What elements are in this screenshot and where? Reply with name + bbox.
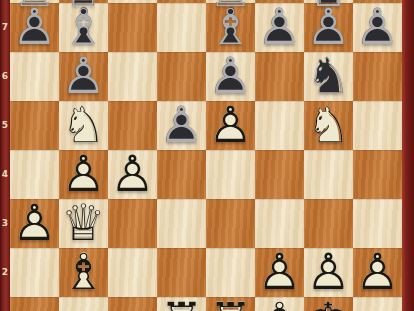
square-a4[interactable] (10, 150, 59, 199)
square-d6[interactable] (157, 52, 206, 101)
square-e5[interactable]: ♟♙ (206, 101, 255, 150)
square-f3[interactable] (255, 199, 304, 248)
white-pawn-f2: ♟♙ (255, 248, 304, 297)
square-f5[interactable] (255, 101, 304, 150)
piece-outline-glyph: ♙ (157, 101, 206, 150)
white-rook-e1: ♜♖ (206, 297, 255, 311)
piece-outline-glyph: ♔ (304, 297, 353, 311)
square-c2[interactable] (108, 248, 157, 297)
square-b3[interactable]: ♛♕ (59, 199, 108, 248)
piece-outline-glyph: ♙ (304, 3, 353, 52)
square-d4[interactable] (157, 150, 206, 199)
square-e7[interactable]: ♝♗ (206, 3, 255, 52)
square-c5[interactable] (108, 101, 157, 150)
rank-label-3: 3 (0, 218, 10, 228)
square-g5[interactable]: ♞♘ (304, 101, 353, 150)
board-frame-left-border (0, 0, 10, 311)
piece-outline-glyph: ♕ (59, 199, 108, 248)
square-h4[interactable] (353, 150, 402, 199)
piece-outline-glyph: ♙ (206, 101, 255, 150)
piece-outline-glyph: ♙ (108, 150, 157, 199)
black-pawn-d5: ♟♙ (157, 101, 206, 150)
piece-outline-glyph: ♗ (59, 248, 108, 297)
square-h2[interactable]: ♟♙ (353, 248, 402, 297)
white-knight-g5: ♞♘ (304, 101, 353, 150)
square-e3[interactable] (206, 199, 255, 248)
piece-outline-glyph: ♙ (304, 248, 353, 297)
piece-outline-glyph: ♙ (10, 3, 59, 52)
piece-outline-glyph: ♙ (10, 199, 59, 248)
piece-outline-glyph: ♘ (304, 52, 353, 101)
square-d7[interactable] (157, 3, 206, 52)
white-rook-d1: ♜♖ (157, 297, 206, 311)
white-bishop-f1: ♝♗ (255, 297, 304, 311)
square-c3[interactable] (108, 199, 157, 248)
piece-outline-glyph: ♙ (59, 52, 108, 101)
piece-outline-glyph: ♗ (206, 3, 255, 52)
square-g6[interactable]: ♞♘ (304, 52, 353, 101)
square-c7[interactable] (108, 3, 157, 52)
chess-board-frame: ♜♖♛♕♜♖♚♔♟♙♝♗♝♗♟♙♟♙♟♙♟♙♟♙♞♘♞♘♟♙♟♙♞♘♟♙♟♙♟♙… (0, 0, 414, 311)
piece-outline-glyph: ♖ (206, 297, 255, 311)
square-e6[interactable]: ♟♙ (206, 52, 255, 101)
square-a3[interactable]: ♟♙ (10, 199, 59, 248)
square-c4[interactable]: ♟♙ (108, 150, 157, 199)
square-b7[interactable]: ♝♗ (59, 3, 108, 52)
piece-outline-glyph: ♙ (353, 248, 402, 297)
board-frame-right-border (402, 0, 414, 311)
square-f2[interactable]: ♟♙ (255, 248, 304, 297)
white-pawn-h2: ♟♙ (353, 248, 402, 297)
square-d5[interactable]: ♟♙ (157, 101, 206, 150)
black-bishop-e7: ♝♗ (206, 3, 255, 52)
rank-label-4: 4 (0, 169, 10, 179)
black-pawn-g7: ♟♙ (304, 3, 353, 52)
square-c1[interactable] (108, 297, 157, 311)
piece-outline-glyph: ♗ (59, 3, 108, 52)
square-e2[interactable] (206, 248, 255, 297)
square-h3[interactable] (353, 199, 402, 248)
square-g3[interactable] (304, 199, 353, 248)
square-b2[interactable]: ♝♗ (59, 248, 108, 297)
piece-outline-glyph: ♗ (255, 297, 304, 311)
square-d3[interactable] (157, 199, 206, 248)
square-g7[interactable]: ♟♙ (304, 3, 353, 52)
square-e1[interactable]: ♜♖ (206, 297, 255, 311)
white-pawn-c4: ♟♙ (108, 150, 157, 199)
square-a5[interactable] (10, 101, 59, 150)
black-knight-g6: ♞♘ (304, 52, 353, 101)
square-b5[interactable]: ♞♘ (59, 101, 108, 150)
piece-outline-glyph: ♙ (353, 3, 402, 52)
white-pawn-a3: ♟♙ (10, 199, 59, 248)
square-g1[interactable]: ♚♔ (304, 297, 353, 311)
black-bishop-b7: ♝♗ (59, 3, 108, 52)
square-b6[interactable]: ♟♙ (59, 52, 108, 101)
black-pawn-a7: ♟♙ (10, 3, 59, 52)
square-c6[interactable] (108, 52, 157, 101)
square-f4[interactable] (255, 150, 304, 199)
square-a1[interactable] (10, 297, 59, 311)
rank-label-6: 6 (0, 71, 10, 81)
piece-outline-glyph: ♘ (304, 101, 353, 150)
piece-outline-glyph: ♙ (206, 52, 255, 101)
white-pawn-b4: ♟♙ (59, 150, 108, 199)
rank-label-5: 5 (0, 120, 10, 130)
white-pawn-e5: ♟♙ (206, 101, 255, 150)
square-f1[interactable]: ♝♗ (255, 297, 304, 311)
black-pawn-f7: ♟♙ (255, 3, 304, 52)
square-g4[interactable] (304, 150, 353, 199)
square-a6[interactable] (10, 52, 59, 101)
square-f6[interactable] (255, 52, 304, 101)
white-pawn-g2: ♟♙ (304, 248, 353, 297)
piece-outline-glyph: ♖ (157, 297, 206, 311)
black-pawn-h7: ♟♙ (353, 3, 402, 52)
square-f7[interactable]: ♟♙ (255, 3, 304, 52)
square-h5[interactable] (353, 101, 402, 150)
black-pawn-e6: ♟♙ (206, 52, 255, 101)
square-a2[interactable] (10, 248, 59, 297)
piece-outline-glyph: ♙ (255, 3, 304, 52)
square-h6[interactable] (353, 52, 402, 101)
white-bishop-b2: ♝♗ (59, 248, 108, 297)
square-d1[interactable]: ♜♖ (157, 297, 206, 311)
rank-label-2: 2 (0, 267, 10, 277)
square-h7[interactable]: ♟♙ (353, 3, 402, 52)
square-e4[interactable] (206, 150, 255, 199)
black-pawn-b6: ♟♙ (59, 52, 108, 101)
square-a7[interactable]: ♟♙ (10, 3, 59, 52)
white-king-g1: ♚♔ (304, 297, 353, 311)
chess-board: ♜♖♛♕♜♖♚♔♟♙♝♗♝♗♟♙♟♙♟♙♟♙♟♙♞♘♞♘♟♙♟♙♞♘♟♙♟♙♟♙… (10, 0, 402, 311)
square-d2[interactable] (157, 248, 206, 297)
white-knight-b5: ♞♘ (59, 101, 108, 150)
piece-outline-glyph: ♙ (59, 150, 108, 199)
white-queen-b3: ♛♕ (59, 199, 108, 248)
square-g2[interactable]: ♟♙ (304, 248, 353, 297)
rank-label-7: 7 (0, 22, 10, 32)
piece-outline-glyph: ♙ (255, 248, 304, 297)
square-b4[interactable]: ♟♙ (59, 150, 108, 199)
piece-outline-glyph: ♘ (59, 101, 108, 150)
